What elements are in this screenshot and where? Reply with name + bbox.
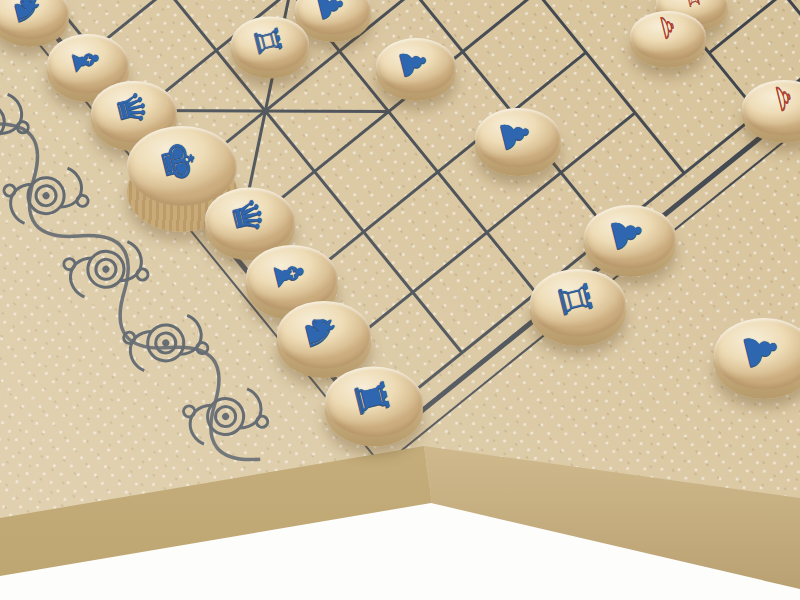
piece-blue-soldier-e4[interactable]: ♟ [475, 108, 561, 168]
pieces-layer: ♞♝♛♚♛♝♞♜♖♟♟♟♟♖♟♙♖♙ [0, 0, 800, 600]
piece-blue-soldier-c4[interactable]: ♟ [376, 38, 456, 94]
piece-blue-advisor-f1[interactable]: ♛ [205, 188, 295, 253]
piece-disc [376, 38, 456, 94]
piece-disc [205, 188, 295, 253]
piece-blue-cannon-b3[interactable]: ♖ [231, 17, 309, 72]
piece-disc [231, 17, 309, 72]
piece-red-soldier-i7[interactable]: ♙ [742, 80, 800, 136]
piece-blue-soldier-i4[interactable]: ♟ [714, 318, 800, 390]
piece-red-soldier-g7[interactable]: ♙ [630, 11, 706, 61]
piece-blue-cannon-h3[interactable]: ♖ [530, 269, 626, 337]
piece-disc [630, 11, 706, 61]
piece-blue-chariot-i1[interactable]: ♜ [325, 367, 423, 438]
piece-disc [530, 269, 626, 337]
piece-disc [475, 108, 561, 168]
piece-disc [277, 301, 371, 369]
photo-stage: ♞♝♛♚♛♝♞♜♖♟♟♟♟♖♟♙♖♙ [0, 0, 800, 600]
piece-blue-horse-h1[interactable]: ♞ [277, 301, 371, 369]
piece-blue-soldier-g4[interactable]: ♟ [584, 205, 676, 269]
piece-disc [325, 367, 423, 438]
piece-disc [584, 205, 676, 269]
